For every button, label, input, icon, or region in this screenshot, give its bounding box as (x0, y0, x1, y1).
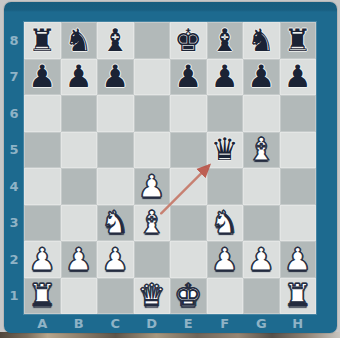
piece-black-pawn-e7[interactable]: ♟ (174, 61, 202, 92)
piece-white-rook-h1[interactable]: ♜ (284, 280, 312, 311)
chess-board-widget: 87654321 ♜♞♝♚♝♞♜♟♟♟♟♟♟♟♛♝♟♞♝♞♟♟♟♟♟♟♜♛♚♜ … (4, 2, 337, 333)
rank-label-7: 7 (4, 59, 24, 96)
piece-white-pawn-c2[interactable]: ♟ (101, 244, 129, 275)
square-d1[interactable]: ♛ (134, 278, 171, 315)
piece-white-bishop-g5[interactable]: ♝ (247, 134, 275, 165)
square-a4[interactable] (24, 168, 61, 205)
piece-white-pawn-g2[interactable]: ♟ (247, 244, 275, 275)
square-e7[interactable]: ♟ (170, 59, 207, 96)
piece-black-bishop-f8[interactable]: ♝ (211, 25, 239, 56)
rank-label-3: 3 (4, 205, 24, 242)
square-d8[interactable] (134, 22, 171, 59)
file-label-f: F (207, 314, 244, 333)
square-c3[interactable]: ♞ (97, 205, 134, 242)
piece-white-queen-d1[interactable]: ♛ (138, 280, 166, 311)
piece-black-pawn-h7[interactable]: ♟ (284, 61, 312, 92)
square-f8[interactable]: ♝ (207, 22, 244, 59)
square-f7[interactable]: ♟ (207, 59, 244, 96)
piece-white-pawn-b2[interactable]: ♟ (65, 244, 93, 275)
square-b4[interactable] (61, 168, 98, 205)
square-b1[interactable] (61, 278, 98, 315)
rank-label-8: 8 (4, 22, 24, 59)
rank-label-6: 6 (4, 95, 24, 132)
square-c8[interactable]: ♝ (97, 22, 134, 59)
piece-black-pawn-g7[interactable]: ♟ (247, 61, 275, 92)
piece-white-bishop-d3[interactable]: ♝ (138, 207, 166, 238)
piece-black-pawn-f7[interactable]: ♟ (211, 61, 239, 92)
square-g7[interactable]: ♟ (243, 59, 280, 96)
file-labels: ABCDEFGH (24, 314, 316, 333)
square-f5[interactable]: ♛ (207, 132, 244, 169)
square-e5[interactable] (170, 132, 207, 169)
page: 87654321 ♜♞♝♚♝♞♜♟♟♟♟♟♟♟♛♝♟♞♝♞♟♟♟♟♟♟♜♛♚♜ … (0, 0, 340, 338)
square-d7[interactable] (134, 59, 171, 96)
square-b2[interactable]: ♟ (61, 241, 98, 278)
square-h4[interactable] (280, 168, 317, 205)
rank-label-4: 4 (4, 168, 24, 205)
square-d3[interactable]: ♝ (134, 205, 171, 242)
rank-labels: 87654321 (4, 22, 24, 314)
square-b8[interactable]: ♞ (61, 22, 98, 59)
square-c4[interactable] (97, 168, 134, 205)
piece-white-knight-f3[interactable]: ♞ (211, 207, 239, 238)
square-g2[interactable]: ♟ (243, 241, 280, 278)
piece-white-rook-a1[interactable]: ♜ (28, 280, 56, 311)
square-e6[interactable] (170, 95, 207, 132)
square-g6[interactable] (243, 95, 280, 132)
square-h6[interactable] (280, 95, 317, 132)
square-g8[interactable]: ♞ (243, 22, 280, 59)
rank-label-5: 5 (4, 132, 24, 169)
file-label-b: B (61, 314, 98, 333)
rank-label-1: 1 (4, 278, 24, 315)
square-a6[interactable] (24, 95, 61, 132)
square-h1[interactable]: ♜ (280, 278, 317, 315)
square-f4[interactable] (207, 168, 244, 205)
piece-white-pawn-h2[interactable]: ♟ (284, 244, 312, 275)
square-f2[interactable]: ♟ (207, 241, 244, 278)
square-f1[interactable] (207, 278, 244, 315)
piece-white-king-e1[interactable]: ♚ (174, 280, 202, 311)
square-f3[interactable]: ♞ (207, 205, 244, 242)
square-h8[interactable]: ♜ (280, 22, 317, 59)
piece-black-knight-b8[interactable]: ♞ (65, 25, 93, 56)
square-c7[interactable]: ♟ (97, 59, 134, 96)
square-a5[interactable] (24, 132, 61, 169)
square-d5[interactable] (134, 132, 171, 169)
square-b6[interactable] (61, 95, 98, 132)
square-b7[interactable]: ♟ (61, 59, 98, 96)
square-e3[interactable] (170, 205, 207, 242)
piece-white-pawn-f2[interactable]: ♟ (211, 244, 239, 275)
square-a1[interactable]: ♜ (24, 278, 61, 315)
square-h3[interactable] (280, 205, 317, 242)
square-e2[interactable] (170, 241, 207, 278)
square-h7[interactable]: ♟ (280, 59, 317, 96)
square-h2[interactable]: ♟ (280, 241, 317, 278)
piece-black-pawn-b7[interactable]: ♟ (65, 61, 93, 92)
file-label-h: H (280, 314, 317, 333)
piece-black-king-e8[interactable]: ♚ (174, 25, 202, 56)
square-a8[interactable]: ♜ (24, 22, 61, 59)
square-g5[interactable]: ♝ (243, 132, 280, 169)
piece-white-pawn-d4[interactable]: ♟ (138, 171, 166, 202)
piece-black-pawn-c7[interactable]: ♟ (101, 61, 129, 92)
piece-black-rook-a8[interactable]: ♜ (28, 25, 56, 56)
square-c6[interactable] (97, 95, 134, 132)
file-label-e: E (170, 314, 207, 333)
piece-black-bishop-c8[interactable]: ♝ (101, 25, 129, 56)
piece-white-pawn-a2[interactable]: ♟ (28, 244, 56, 275)
square-a2[interactable]: ♟ (24, 241, 61, 278)
square-a7[interactable]: ♟ (24, 59, 61, 96)
square-b5[interactable] (61, 132, 98, 169)
square-c1[interactable] (97, 278, 134, 315)
square-b3[interactable] (61, 205, 98, 242)
square-g3[interactable] (243, 205, 280, 242)
square-e1[interactable]: ♚ (170, 278, 207, 315)
square-c5[interactable] (97, 132, 134, 169)
piece-white-knight-c3[interactable]: ♞ (101, 207, 129, 238)
file-label-c: C (97, 314, 134, 333)
file-label-a: A (24, 314, 61, 333)
square-d2[interactable] (134, 241, 171, 278)
square-e4[interactable] (170, 168, 207, 205)
square-h5[interactable] (280, 132, 317, 169)
piece-black-knight-g8[interactable]: ♞ (247, 25, 275, 56)
square-f6[interactable] (207, 95, 244, 132)
square-a3[interactable] (24, 205, 61, 242)
piece-black-rook-h8[interactable]: ♜ (284, 25, 312, 56)
square-g1[interactable] (243, 278, 280, 315)
square-e8[interactable]: ♚ (170, 22, 207, 59)
chess-board: ♜♞♝♚♝♞♜♟♟♟♟♟♟♟♛♝♟♞♝♞♟♟♟♟♟♟♜♛♚♜ (24, 22, 316, 314)
square-c2[interactable]: ♟ (97, 241, 134, 278)
piece-black-queen-f5[interactable]: ♛ (211, 134, 239, 165)
file-label-d: D (134, 314, 171, 333)
file-label-g: G (243, 314, 280, 333)
square-g4[interactable] (243, 168, 280, 205)
square-d4[interactable]: ♟ (134, 168, 171, 205)
piece-black-pawn-a7[interactable]: ♟ (28, 61, 56, 92)
square-d6[interactable] (134, 95, 171, 132)
rank-label-2: 2 (4, 241, 24, 278)
